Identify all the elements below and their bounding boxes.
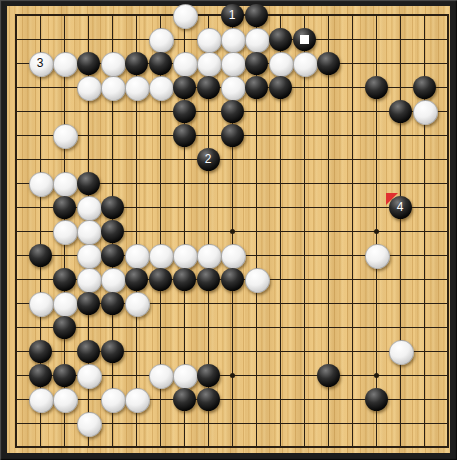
stone-black	[389, 100, 412, 123]
stone-black	[245, 52, 268, 75]
stone-white	[125, 76, 150, 101]
stone-black	[221, 100, 244, 123]
stone-white	[413, 100, 438, 125]
stone-black	[245, 76, 268, 99]
stone-white	[221, 76, 246, 101]
stone-white	[269, 52, 294, 77]
stone-white	[77, 244, 102, 269]
stone-black	[29, 244, 52, 267]
stone-white	[101, 52, 126, 77]
stone-white	[77, 196, 102, 221]
stone-white	[173, 244, 198, 269]
stone-white	[149, 28, 174, 53]
stone-white	[197, 28, 222, 53]
stone-black	[77, 340, 100, 363]
stone-white	[389, 340, 414, 365]
stone-black	[269, 28, 292, 51]
stone-white	[221, 244, 246, 269]
stone-black	[413, 76, 436, 99]
stone-black	[77, 292, 100, 315]
stone-white	[77, 412, 102, 437]
stone-white	[125, 244, 150, 269]
stone-black	[197, 364, 220, 387]
stone-white	[293, 52, 318, 77]
move-number-label: 2	[197, 148, 220, 171]
stone-black	[29, 340, 52, 363]
star-point	[374, 373, 379, 378]
stone-white	[149, 364, 174, 389]
stone-black	[149, 52, 172, 75]
stone-white	[221, 52, 246, 77]
stone-black	[53, 268, 76, 291]
stone-black	[101, 196, 124, 219]
stone-black	[173, 268, 196, 291]
stone-white	[29, 292, 54, 317]
stone-black	[53, 316, 76, 339]
stone-black	[221, 268, 244, 291]
stone-black	[245, 4, 268, 27]
stone-black	[125, 52, 148, 75]
stone-white	[197, 244, 222, 269]
stone-white	[173, 4, 198, 29]
stone-black	[101, 244, 124, 267]
stone-white	[245, 268, 270, 293]
stone-white	[53, 220, 78, 245]
goban[interactable]: 1234	[7, 6, 450, 453]
stone-white	[53, 52, 78, 77]
stone-black	[317, 52, 340, 75]
stone-white	[125, 292, 150, 317]
stone-black	[173, 388, 196, 411]
stone-white	[221, 28, 246, 53]
stone-black	[77, 172, 100, 195]
stone-black	[29, 364, 52, 387]
stone-white	[77, 76, 102, 101]
stone-black	[197, 388, 220, 411]
stone-white	[77, 220, 102, 245]
grid-line-vertical	[352, 14, 353, 448]
move-number-label: 1	[221, 4, 244, 27]
grid-line-vertical	[304, 14, 305, 448]
stone-white	[101, 76, 126, 101]
stone-black	[173, 76, 196, 99]
move-number-label: 3	[29, 52, 52, 75]
stone-black	[77, 52, 100, 75]
stone-black	[101, 340, 124, 363]
stone-white	[125, 388, 150, 413]
stone-white	[77, 268, 102, 293]
stone-white	[53, 124, 78, 149]
stone-black	[173, 124, 196, 147]
stone-white	[149, 76, 174, 101]
stone-white	[245, 28, 270, 53]
stone-white	[53, 172, 78, 197]
stone-white	[365, 244, 390, 269]
stone-white	[53, 388, 78, 413]
grid-line-horizontal	[15, 446, 449, 448]
stone-black	[101, 292, 124, 315]
stone-white	[101, 388, 126, 413]
stone-white	[173, 364, 198, 389]
stone-white	[77, 364, 102, 389]
stone-white	[173, 52, 198, 77]
stone-white	[29, 388, 54, 413]
move-number-label: 4	[389, 196, 412, 219]
stone-black	[149, 268, 172, 291]
square-marker-icon	[300, 35, 309, 44]
star-point	[230, 229, 235, 234]
stone-white	[149, 244, 174, 269]
stone-black	[269, 76, 292, 99]
grid-line-vertical	[400, 14, 401, 448]
stone-white	[197, 52, 222, 77]
stone-white	[29, 172, 54, 197]
stone-black	[197, 76, 220, 99]
stone-white	[101, 268, 126, 293]
page: 1234	[0, 0, 469, 466]
stone-black	[221, 124, 244, 147]
grid-line-vertical	[447, 14, 449, 448]
star-point	[374, 229, 379, 234]
stone-black	[365, 76, 388, 99]
stone-black	[365, 388, 388, 411]
stone-white	[53, 292, 78, 317]
stone-black	[125, 268, 148, 291]
stone-black	[317, 364, 340, 387]
stone-black	[197, 268, 220, 291]
stone-black	[53, 364, 76, 387]
board-frame: 1234	[0, 0, 457, 460]
stone-black	[53, 196, 76, 219]
stone-black	[173, 100, 196, 123]
stone-black	[101, 220, 124, 243]
star-point	[230, 373, 235, 378]
grid-line-horizontal	[15, 327, 449, 328]
